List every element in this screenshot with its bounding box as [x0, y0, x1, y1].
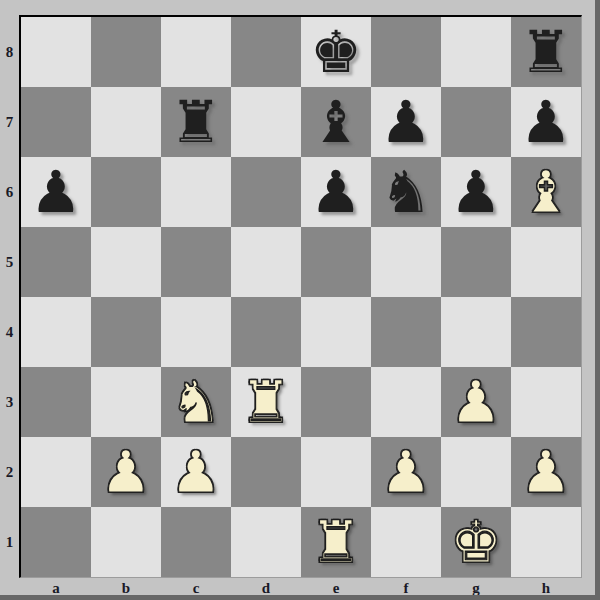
file-label-e: e — [301, 578, 371, 598]
piece-black-pawn[interactable]: ♟ — [380, 87, 432, 157]
piece-white-king[interactable]: ♚ — [450, 507, 502, 577]
square-c3[interactable]: ♞ — [161, 367, 231, 437]
piece-white-pawn[interactable]: ♟ — [520, 437, 572, 507]
square-b3[interactable] — [91, 367, 161, 437]
piece-white-pawn[interactable]: ♟ — [380, 437, 432, 507]
square-g5[interactable] — [441, 227, 511, 297]
square-b6[interactable] — [91, 157, 161, 227]
square-d7[interactable] — [231, 87, 301, 157]
square-f6[interactable]: ♞ — [371, 157, 441, 227]
file-label-b: b — [91, 578, 161, 598]
square-b5[interactable] — [91, 227, 161, 297]
piece-white-knight[interactable]: ♞ — [170, 367, 222, 437]
piece-black-bishop[interactable]: ♝ — [310, 87, 362, 157]
square-h8[interactable]: ♜ — [511, 17, 581, 87]
square-a5[interactable] — [21, 227, 91, 297]
piece-black-pawn[interactable]: ♟ — [450, 157, 502, 227]
rank-label-3: 3 — [0, 367, 19, 437]
file-label-c: c — [161, 578, 231, 598]
square-a8[interactable] — [21, 17, 91, 87]
square-e7[interactable]: ♝ — [301, 87, 371, 157]
square-e8[interactable]: ♚ — [301, 17, 371, 87]
square-g4[interactable] — [441, 297, 511, 367]
rank-label-5: 5 — [0, 227, 19, 297]
file-label-h: h — [511, 578, 581, 598]
file-label-g: g — [441, 578, 511, 598]
square-a2[interactable] — [21, 437, 91, 507]
file-label-a: a — [21, 578, 91, 598]
piece-white-pawn[interactable]: ♟ — [450, 367, 502, 437]
square-h2[interactable]: ♟ — [511, 437, 581, 507]
square-g8[interactable] — [441, 17, 511, 87]
square-h6[interactable]: ♝ — [511, 157, 581, 227]
square-f8[interactable] — [371, 17, 441, 87]
piece-white-rook[interactable]: ♜ — [240, 367, 292, 437]
piece-black-rook[interactable]: ♜ — [520, 17, 572, 87]
square-d5[interactable] — [231, 227, 301, 297]
square-b8[interactable] — [91, 17, 161, 87]
square-c5[interactable] — [161, 227, 231, 297]
square-a3[interactable] — [21, 367, 91, 437]
piece-white-bishop[interactable]: ♝ — [520, 157, 572, 227]
square-f4[interactable] — [371, 297, 441, 367]
square-a6[interactable]: ♟ — [21, 157, 91, 227]
square-h1[interactable] — [511, 507, 581, 577]
square-a1[interactable] — [21, 507, 91, 577]
rank-label-2: 2 — [0, 437, 19, 507]
square-h4[interactable] — [511, 297, 581, 367]
square-g3[interactable]: ♟ — [441, 367, 511, 437]
square-h7[interactable]: ♟ — [511, 87, 581, 157]
square-e6[interactable]: ♟ — [301, 157, 371, 227]
square-d4[interactable] — [231, 297, 301, 367]
square-b4[interactable] — [91, 297, 161, 367]
square-f7[interactable]: ♟ — [371, 87, 441, 157]
square-g7[interactable] — [441, 87, 511, 157]
chessboard: ♚♜♜♝♟♟♟♟♞♟♝♞♜♟♟♟♟♟♜♚ — [19, 15, 582, 578]
rank-label-8: 8 — [0, 17, 19, 87]
square-e4[interactable] — [301, 297, 371, 367]
square-b1[interactable] — [91, 507, 161, 577]
piece-black-knight[interactable]: ♞ — [380, 157, 432, 227]
square-a4[interactable] — [21, 297, 91, 367]
square-g2[interactable] — [441, 437, 511, 507]
square-b2[interactable]: ♟ — [91, 437, 161, 507]
square-h3[interactable] — [511, 367, 581, 437]
square-f3[interactable] — [371, 367, 441, 437]
square-d6[interactable] — [231, 157, 301, 227]
piece-black-king[interactable]: ♚ — [310, 17, 362, 87]
square-b7[interactable] — [91, 87, 161, 157]
square-d3[interactable]: ♜ — [231, 367, 301, 437]
piece-white-rook[interactable]: ♜ — [310, 507, 362, 577]
piece-black-pawn[interactable]: ♟ — [520, 87, 572, 157]
square-c7[interactable]: ♜ — [161, 87, 231, 157]
square-h5[interactable] — [511, 227, 581, 297]
square-c2[interactable]: ♟ — [161, 437, 231, 507]
square-e5[interactable] — [301, 227, 371, 297]
square-c8[interactable] — [161, 17, 231, 87]
square-f2[interactable]: ♟ — [371, 437, 441, 507]
rank-label-7: 7 — [0, 87, 19, 157]
piece-black-pawn[interactable]: ♟ — [30, 157, 82, 227]
rank-label-4: 4 — [0, 297, 19, 367]
rank-label-6: 6 — [0, 157, 19, 227]
chessboard-frame: ♚♜♜♝♟♟♟♟♞♟♝♞♜♟♟♟♟♟♜♚ 87654321abcdefgh — [0, 0, 600, 600]
rank-label-1: 1 — [0, 507, 19, 577]
square-e1[interactable]: ♜ — [301, 507, 371, 577]
file-label-d: d — [231, 578, 301, 598]
square-e3[interactable] — [301, 367, 371, 437]
square-c4[interactable] — [161, 297, 231, 367]
square-f5[interactable] — [371, 227, 441, 297]
piece-black-rook[interactable]: ♜ — [170, 87, 222, 157]
square-e2[interactable] — [301, 437, 371, 507]
square-d8[interactable] — [231, 17, 301, 87]
piece-black-pawn[interactable]: ♟ — [310, 157, 362, 227]
square-d1[interactable] — [231, 507, 301, 577]
file-label-f: f — [371, 578, 441, 598]
square-c6[interactable] — [161, 157, 231, 227]
square-c1[interactable] — [161, 507, 231, 577]
piece-white-pawn[interactable]: ♟ — [100, 437, 152, 507]
square-d2[interactable] — [231, 437, 301, 507]
square-a7[interactable] — [21, 87, 91, 157]
square-g1[interactable]: ♚ — [441, 507, 511, 577]
square-f1[interactable] — [371, 507, 441, 577]
square-g6[interactable]: ♟ — [441, 157, 511, 227]
piece-white-pawn[interactable]: ♟ — [170, 437, 222, 507]
